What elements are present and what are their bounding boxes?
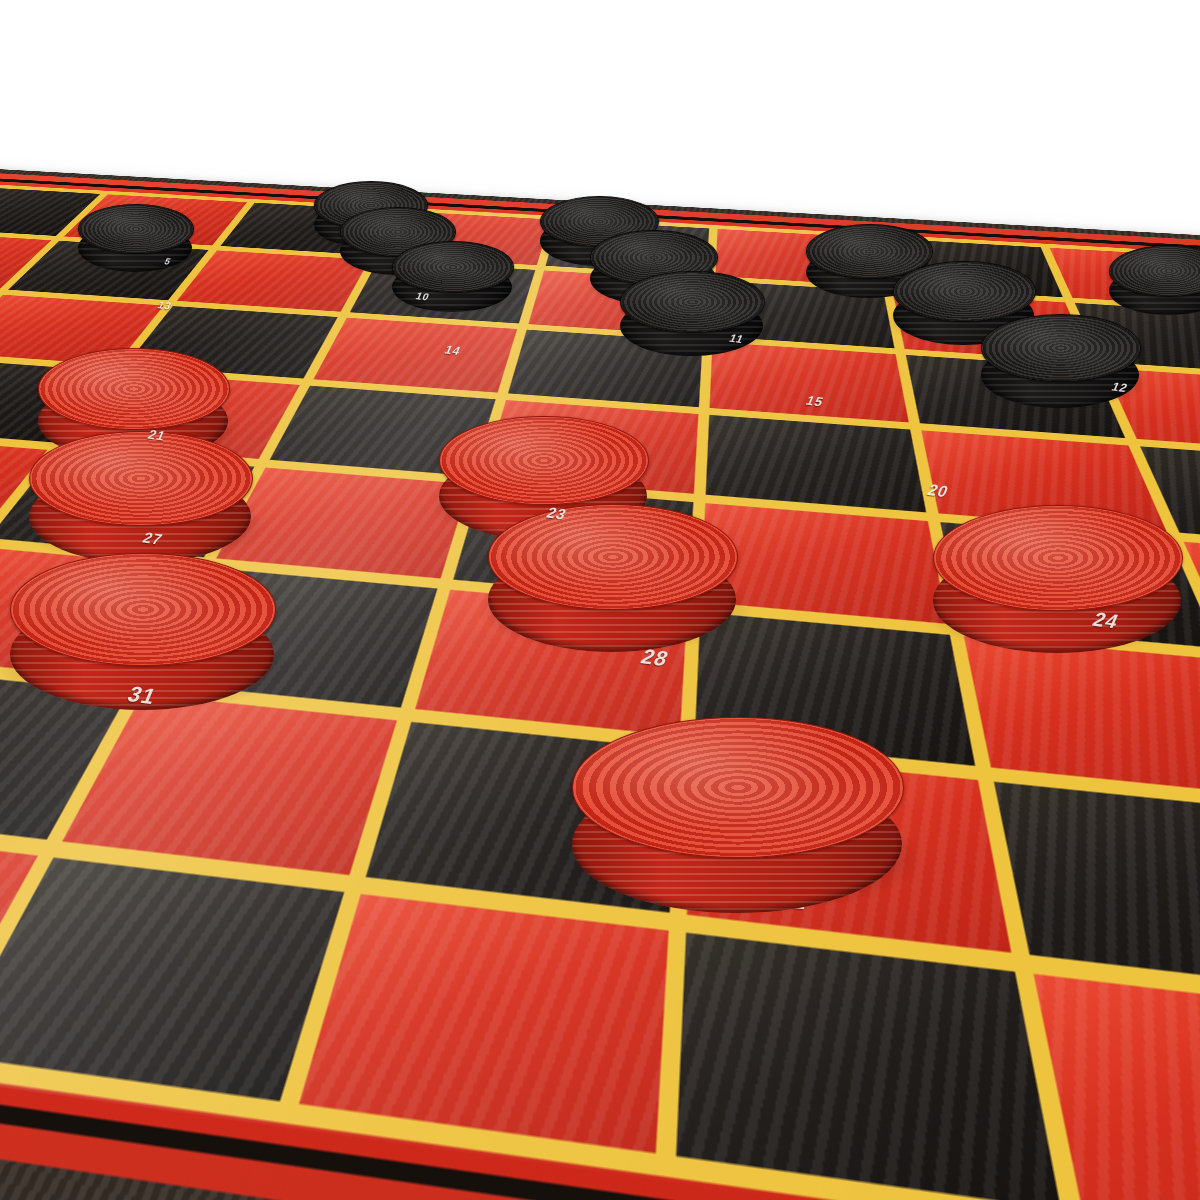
light-square (1049, 248, 1200, 309)
square-31[interactable] (677, 933, 1060, 1200)
board-mat (0, 166, 1200, 1200)
square-27[interactable] (366, 722, 680, 913)
mat-yellow-frame (0, 183, 1200, 1200)
light-square (701, 503, 947, 624)
square-2[interactable] (220, 203, 397, 256)
light-square (380, 211, 550, 265)
square-7[interactable] (713, 281, 894, 348)
light-square (687, 751, 1010, 953)
square-22[interactable] (148, 568, 437, 708)
square-6[interactable] (350, 260, 536, 323)
mat-black-pinstripe (0, 176, 1200, 1200)
square-23[interactable] (695, 612, 974, 765)
square-28[interactable] (993, 782, 1200, 995)
square-12[interactable] (905, 355, 1125, 438)
square-3[interactable] (546, 220, 710, 276)
square-14[interactable] (269, 386, 495, 476)
square-18[interactable] (0, 451, 254, 558)
checkerboard-field (0, 186, 1200, 1200)
light-square (1104, 368, 1200, 454)
light-square (299, 894, 669, 1153)
light-square (963, 636, 1200, 797)
scene: 32 ⛂ ⛂ ⛂ ⛂ ⛂ ⛂ ⛂ ⛂ ⛂ ⛂ ⛂ ⛀ ⛀ ⛀ ⛀ ⛀ ⛀ ⛀ 5… (0, 0, 1200, 1200)
light-square (528, 270, 706, 335)
square-4[interactable] (881, 238, 1062, 297)
square-15[interactable] (706, 415, 925, 512)
light-square (313, 318, 517, 393)
mat-red-margin (0, 171, 1200, 1200)
square-20[interactable] (940, 522, 1200, 648)
light-square (1032, 974, 1200, 1200)
board-3d-scene (0, 0, 1200, 1200)
light-square (216, 468, 470, 579)
light-square (892, 292, 1091, 362)
light-square (415, 590, 687, 736)
light-square (483, 400, 698, 494)
square-19[interactable] (453, 485, 694, 601)
light-square (921, 430, 1167, 531)
light-square (716, 229, 882, 286)
square-30[interactable] (0, 857, 344, 1101)
light-square (176, 250, 369, 311)
light-square (710, 342, 908, 422)
square-10[interactable] (125, 306, 337, 379)
square-11[interactable] (508, 330, 703, 408)
square-8[interactable] (1074, 303, 1200, 375)
